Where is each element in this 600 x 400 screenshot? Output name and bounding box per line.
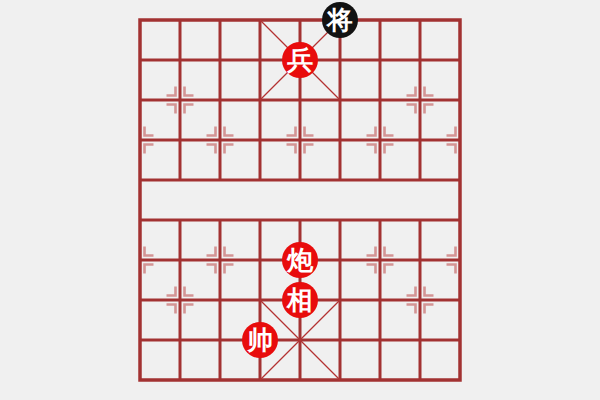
xiangqi-board-stage: 将兵炮相帅 xyxy=(0,0,600,400)
red-general[interactable]: 帅 xyxy=(242,322,278,358)
red-cannon[interactable]: 炮 xyxy=(282,242,318,278)
black-general[interactable]: 将 xyxy=(322,2,358,38)
red-soldier[interactable]: 兵 xyxy=(282,42,318,78)
red-elephant[interactable]: 相 xyxy=(282,282,318,318)
